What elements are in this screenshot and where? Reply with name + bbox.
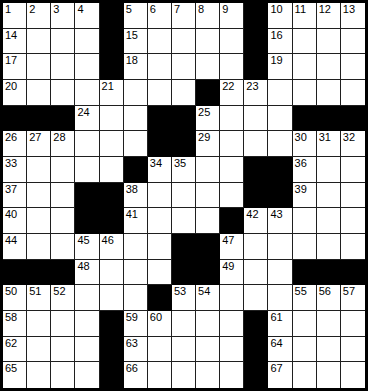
cell-r9c8[interactable]: [172, 208, 196, 234]
clue-number: 53: [174, 285, 186, 297]
cell-r1c3[interactable]: 3: [51, 3, 75, 29]
cell-r6c7-block: [148, 131, 172, 157]
cell-r10c13[interactable]: [293, 234, 317, 260]
cell-r1c14[interactable]: 12: [317, 3, 341, 29]
clue-number: 31: [319, 131, 331, 143]
cell-r5c15-block: [341, 106, 365, 132]
cell-r3c13[interactable]: [293, 54, 317, 80]
cell-r10c6[interactable]: [124, 234, 148, 260]
clue-number: 16: [270, 29, 282, 41]
cell-r9c2[interactable]: [27, 208, 51, 234]
cell-r6c10[interactable]: [220, 131, 244, 157]
cell-r14c11-block: [244, 337, 268, 363]
cell-r13c9[interactable]: [196, 311, 220, 337]
cell-r8c2[interactable]: [27, 183, 51, 209]
cell-r11c14-block: [317, 260, 341, 286]
cell-r1c10[interactable]: 9: [220, 3, 244, 29]
cell-r10c5[interactable]: 46: [100, 234, 124, 260]
cell-r14c4[interactable]: [75, 337, 99, 363]
clue-number: 23: [246, 80, 258, 92]
cell-r6c2[interactable]: 27: [27, 131, 51, 157]
cell-r15c11-block: [244, 362, 268, 388]
clue-number: 30: [295, 131, 307, 143]
cell-r11c10[interactable]: 49: [220, 260, 244, 286]
cell-r4c4[interactable]: [75, 80, 99, 106]
cell-r4c10[interactable]: 22: [220, 80, 244, 106]
cell-r3c8[interactable]: [172, 54, 196, 80]
clue-number: 15: [126, 29, 138, 41]
cell-r13c2[interactable]: [27, 311, 51, 337]
cell-r14c9[interactable]: [196, 337, 220, 363]
cell-r3c9[interactable]: [196, 54, 220, 80]
cell-r2c12[interactable]: 16: [268, 29, 292, 55]
cell-r7c2[interactable]: [27, 157, 51, 183]
cell-r11c7[interactable]: [148, 260, 172, 286]
cell-r14c10[interactable]: [220, 337, 244, 363]
cell-r6c12[interactable]: [268, 131, 292, 157]
clue-number: 60: [150, 311, 162, 323]
clue-number: 4: [77, 3, 83, 15]
cell-r1c1[interactable]: 1: [3, 3, 27, 29]
cell-r15c7[interactable]: [148, 362, 172, 388]
cell-r10c12[interactable]: [268, 234, 292, 260]
cell-r7c6-block: [124, 157, 148, 183]
clue-number: 8: [198, 3, 204, 15]
cell-r7c5[interactable]: [100, 157, 124, 183]
cell-r12c8[interactable]: 53: [172, 285, 196, 311]
cell-r2c1[interactable]: 14: [3, 29, 27, 55]
cell-r13c11-block: [244, 311, 268, 337]
cell-r9c9[interactable]: [196, 208, 220, 234]
clue-number: 44: [5, 234, 17, 246]
cell-r13c7[interactable]: 60: [148, 311, 172, 337]
cell-r4c2[interactable]: [27, 80, 51, 106]
cell-r12c12[interactable]: [268, 285, 292, 311]
cell-r3c15[interactable]: [341, 54, 365, 80]
clue-number: 56: [319, 285, 331, 297]
clue-number: 64: [270, 337, 282, 349]
cell-r10c15[interactable]: [341, 234, 365, 260]
cell-r13c8[interactable]: [172, 311, 196, 337]
cell-r1c8[interactable]: 7: [172, 3, 196, 29]
cell-r8c5-block: [100, 183, 124, 209]
cell-r2c13[interactable]: [293, 29, 317, 55]
cell-r3c1[interactable]: 17: [3, 54, 27, 80]
cell-r7c11-block: [244, 157, 268, 183]
cell-r12c10[interactable]: [220, 285, 244, 311]
cell-r5c13-block: [293, 106, 317, 132]
clue-number: 36: [295, 157, 307, 169]
cell-r15c8[interactable]: [172, 362, 196, 388]
cell-r7c1[interactable]: 33: [3, 157, 27, 183]
cell-r10c3[interactable]: [51, 234, 75, 260]
cell-r2c9[interactable]: [196, 29, 220, 55]
cell-r10c14[interactable]: [317, 234, 341, 260]
cell-r5c1-block: [3, 106, 27, 132]
cell-r1c12[interactable]: 10: [268, 3, 292, 29]
cell-r10c10[interactable]: 47: [220, 234, 244, 260]
cell-r5c3-block: [51, 106, 75, 132]
clue-number: 20: [5, 80, 17, 92]
cell-r2c5-block: [100, 29, 124, 55]
cell-r13c1[interactable]: 58: [3, 311, 27, 337]
cell-r5c9[interactable]: 25: [196, 106, 220, 132]
cell-r7c10[interactable]: [220, 157, 244, 183]
cell-r10c11[interactable]: [244, 234, 268, 260]
cell-r7c8[interactable]: 35: [172, 157, 196, 183]
cell-r12c9[interactable]: 54: [196, 285, 220, 311]
cell-r8c13[interactable]: 39: [293, 183, 317, 209]
clue-number: 67: [270, 362, 282, 374]
cell-r8c4-block: [75, 183, 99, 209]
cell-r11c1-block: [3, 260, 27, 286]
cell-r8c9[interactable]: [196, 183, 220, 209]
cell-r9c1[interactable]: 40: [3, 208, 27, 234]
clue-number: 14: [5, 29, 17, 41]
clue-number: 26: [5, 131, 17, 143]
cell-r7c9[interactable]: [196, 157, 220, 183]
cell-r7c15[interactable]: [341, 157, 365, 183]
cell-r10c9-block: [196, 234, 220, 260]
cell-r11c6[interactable]: [124, 260, 148, 286]
cell-r6c8-block: [172, 131, 196, 157]
clue-number: 59: [126, 311, 138, 323]
cell-r12c14[interactable]: 56: [317, 285, 341, 311]
cell-r11c9-block: [196, 260, 220, 286]
cell-r12c15[interactable]: 57: [341, 285, 365, 311]
cell-r5c2-block: [27, 106, 51, 132]
cell-r5c5[interactable]: [100, 106, 124, 132]
cell-r6c13[interactable]: 30: [293, 131, 317, 157]
cell-r10c8-block: [172, 234, 196, 260]
clue-number: 57: [343, 285, 355, 297]
cell-r2c6[interactable]: 15: [124, 29, 148, 55]
cell-r4c6[interactable]: [124, 80, 148, 106]
cell-r4c11[interactable]: 23: [244, 80, 268, 106]
cell-r15c12[interactable]: 67: [268, 362, 292, 388]
clue-number: 42: [246, 208, 258, 220]
clue-number: 58: [5, 311, 17, 323]
clue-number: 9: [222, 3, 228, 15]
clue-number: 21: [102, 80, 114, 92]
cell-r1c11-block: [244, 3, 268, 29]
clue-number: 51: [29, 285, 41, 297]
cell-r11c5[interactable]: [100, 260, 124, 286]
cell-r8c1[interactable]: 37: [3, 183, 27, 209]
cell-r5c14-block: [317, 106, 341, 132]
cell-r4c3[interactable]: [51, 80, 75, 106]
clue-number: 54: [198, 285, 210, 297]
cell-r15c14[interactable]: [317, 362, 341, 388]
cell-r15c10[interactable]: [220, 362, 244, 388]
cell-r12c4[interactable]: [75, 285, 99, 311]
cell-r3c7[interactable]: [148, 54, 172, 80]
cell-r2c7[interactable]: [148, 29, 172, 55]
cell-r14c8[interactable]: [172, 337, 196, 363]
cell-r7c13[interactable]: 36: [293, 157, 317, 183]
cell-r11c2-block: [27, 260, 51, 286]
cell-r11c4[interactable]: 48: [75, 260, 99, 286]
cell-r15c4[interactable]: [75, 362, 99, 388]
cell-r3c14[interactable]: [317, 54, 341, 80]
cell-r9c14[interactable]: [317, 208, 341, 234]
cell-r4c1[interactable]: 20: [3, 80, 27, 106]
cell-r8c7[interactable]: [148, 183, 172, 209]
clue-number: 13: [343, 3, 355, 15]
cell-r4c9-block: [196, 80, 220, 106]
cell-r13c4[interactable]: [75, 311, 99, 337]
cell-r13c15[interactable]: [341, 311, 365, 337]
cell-r13c6[interactable]: 59: [124, 311, 148, 337]
cell-r3c4[interactable]: [75, 54, 99, 80]
cell-r3c10[interactable]: [220, 54, 244, 80]
cell-r12c6[interactable]: [124, 285, 148, 311]
clue-number: 52: [53, 285, 65, 297]
clue-number: 34: [150, 157, 162, 169]
cell-r14c15[interactable]: [341, 337, 365, 363]
cell-r12c1[interactable]: 50: [3, 285, 27, 311]
cell-r14c2[interactable]: [27, 337, 51, 363]
cell-r15c15[interactable]: [341, 362, 365, 388]
cell-r9c7[interactable]: [148, 208, 172, 234]
cell-r12c7-block: [148, 285, 172, 311]
cell-r11c8-block: [172, 260, 196, 286]
cell-r9c15[interactable]: [341, 208, 365, 234]
cell-r14c5-block: [100, 337, 124, 363]
cell-r3c2[interactable]: [27, 54, 51, 80]
clue-number: 48: [77, 260, 89, 272]
clue-number: 38: [126, 183, 138, 195]
cell-r1c4[interactable]: 4: [75, 3, 99, 29]
cell-r9c11[interactable]: 42: [244, 208, 268, 234]
cell-r7c12-block: [268, 157, 292, 183]
clue-number: 61: [270, 311, 282, 323]
cell-r15c13[interactable]: [293, 362, 317, 388]
cell-r15c3[interactable]: [51, 362, 75, 388]
clue-number: 66: [126, 362, 138, 374]
cell-r14c7[interactable]: [148, 337, 172, 363]
cell-r15c1[interactable]: 65: [3, 362, 27, 388]
clue-number: 45: [77, 234, 89, 246]
cell-r9c3[interactable]: [51, 208, 75, 234]
cell-r5c12[interactable]: [268, 106, 292, 132]
cell-r14c3[interactable]: [51, 337, 75, 363]
cell-r6c1[interactable]: 26: [3, 131, 27, 157]
clue-number: 40: [5, 208, 17, 220]
cell-r13c13[interactable]: [293, 311, 317, 337]
clue-number: 32: [343, 131, 355, 143]
cell-r13c5-block: [100, 311, 124, 337]
cell-r2c4[interactable]: [75, 29, 99, 55]
clue-number: 41: [126, 208, 138, 220]
cell-r6c14[interactable]: 31: [317, 131, 341, 157]
clue-number: 5: [126, 3, 132, 15]
cell-r13c12[interactable]: 61: [268, 311, 292, 337]
cell-r4c12[interactable]: [268, 80, 292, 106]
clue-number: 10: [270, 3, 282, 15]
clue-number: 11: [295, 3, 306, 15]
clue-number: 29: [198, 131, 210, 143]
cell-r10c7[interactable]: [148, 234, 172, 260]
cell-r11c13-block: [293, 260, 317, 286]
cell-r5c10[interactable]: [220, 106, 244, 132]
cell-r11c11[interactable]: [244, 260, 268, 286]
cell-r3c12[interactable]: 19: [268, 54, 292, 80]
cell-r9c13[interactable]: [293, 208, 317, 234]
cell-r12c3[interactable]: 52: [51, 285, 75, 311]
cell-r12c11[interactable]: [244, 285, 268, 311]
cell-r11c12[interactable]: [268, 260, 292, 286]
clue-number: 35: [174, 157, 186, 169]
cell-r6c9[interactable]: 29: [196, 131, 220, 157]
cell-r9c6[interactable]: 41: [124, 208, 148, 234]
cell-r3c5-block: [100, 54, 124, 80]
cell-r4c15[interactable]: [341, 80, 365, 106]
clue-number: 37: [5, 183, 17, 195]
cell-r1c7[interactable]: 6: [148, 3, 172, 29]
cell-r8c6[interactable]: 38: [124, 183, 148, 209]
cell-r2c3[interactable]: [51, 29, 75, 55]
cell-r5c6[interactable]: [124, 106, 148, 132]
clue-number: 28: [53, 131, 65, 143]
cell-r10c4[interactable]: 45: [75, 234, 99, 260]
clue-number: 22: [222, 80, 234, 92]
cell-r10c2[interactable]: [27, 234, 51, 260]
cell-r14c14[interactable]: [317, 337, 341, 363]
cell-r10c1[interactable]: 44: [3, 234, 27, 260]
cell-r2c2[interactable]: [27, 29, 51, 55]
cell-r2c11-block: [244, 29, 268, 55]
cell-r8c15[interactable]: [341, 183, 365, 209]
cell-r1c2[interactable]: 2: [27, 3, 51, 29]
cell-r14c6[interactable]: 63: [124, 337, 148, 363]
cell-r9c10-block: [220, 208, 244, 234]
cell-r5c7-block: [148, 106, 172, 132]
cell-r5c4[interactable]: 24: [75, 106, 99, 132]
cell-r8c12-block: [268, 183, 292, 209]
cell-r13c10[interactable]: [220, 311, 244, 337]
cell-r15c5-block: [100, 362, 124, 388]
cell-r6c11[interactable]: [244, 131, 268, 157]
cell-r1c6[interactable]: 5: [124, 3, 148, 29]
cell-r14c12[interactable]: 64: [268, 337, 292, 363]
cell-r14c13[interactable]: [293, 337, 317, 363]
cell-r12c2[interactable]: 51: [27, 285, 51, 311]
clue-number: 33: [5, 157, 17, 169]
cell-r4c14[interactable]: [317, 80, 341, 106]
cell-r2c10[interactable]: [220, 29, 244, 55]
cell-r8c8[interactable]: [172, 183, 196, 209]
clue-number: 62: [5, 337, 17, 349]
clue-number: 43: [270, 208, 282, 220]
cell-r15c9[interactable]: [196, 362, 220, 388]
cell-r5c11[interactable]: [244, 106, 268, 132]
cell-r6c5[interactable]: [100, 131, 124, 157]
crossword-grid: 1234567891011121314151617181920212223242…: [0, 0, 368, 391]
cell-r3c6[interactable]: 18: [124, 54, 148, 80]
cell-r4c8[interactable]: [172, 80, 196, 106]
clue-number: 27: [29, 131, 41, 143]
cell-r8c10[interactable]: [220, 183, 244, 209]
cell-r11c15-block: [341, 260, 365, 286]
cell-r9c4-block: [75, 208, 99, 234]
cell-r1c9[interactable]: 8: [196, 3, 220, 29]
cell-r6c4[interactable]: [75, 131, 99, 157]
cell-r6c6[interactable]: [124, 131, 148, 157]
clue-number: 1: [5, 3, 11, 15]
cell-r4c7[interactable]: [148, 80, 172, 106]
cell-r5c8-block: [172, 106, 196, 132]
cell-r14c1[interactable]: 62: [3, 337, 27, 363]
cell-r3c11-block: [244, 54, 268, 80]
clue-number: 46: [102, 234, 114, 246]
cell-r8c14[interactable]: [317, 183, 341, 209]
clue-number: 7: [174, 3, 180, 15]
cell-r12c5[interactable]: [100, 285, 124, 311]
cell-r15c6[interactable]: 66: [124, 362, 148, 388]
clue-number: 39: [295, 183, 307, 195]
clue-number: 63: [126, 337, 138, 349]
cell-r13c3[interactable]: [51, 311, 75, 337]
clue-number: 2: [29, 3, 35, 15]
clue-number: 19: [270, 54, 282, 66]
cell-r3c3[interactable]: [51, 54, 75, 80]
cell-r2c14[interactable]: [317, 29, 341, 55]
cell-r7c3[interactable]: [51, 157, 75, 183]
cell-r6c15[interactable]: 32: [341, 131, 365, 157]
cell-r11c3-block: [51, 260, 75, 286]
cell-r4c13[interactable]: [293, 80, 317, 106]
cell-r1c13[interactable]: 11: [293, 3, 317, 29]
clue-number: 49: [222, 260, 234, 272]
clue-number: 25: [198, 106, 210, 118]
clue-number: 17: [5, 54, 17, 66]
cell-r15c2[interactable]: [27, 362, 51, 388]
clue-number: 55: [295, 285, 307, 297]
clue-number: 12: [319, 3, 331, 15]
cell-r7c7[interactable]: 34: [148, 157, 172, 183]
clue-number: 50: [5, 285, 17, 297]
cell-r1c15[interactable]: 13: [341, 3, 365, 29]
cell-r7c4[interactable]: [75, 157, 99, 183]
cell-r7c14[interactable]: [317, 157, 341, 183]
clue-number: 6: [150, 3, 156, 15]
clue-number: 47: [222, 234, 234, 246]
cell-r1c5-block: [100, 3, 124, 29]
cell-r8c11-block: [244, 183, 268, 209]
clue-number: 65: [5, 362, 17, 374]
cell-r9c5-block: [100, 208, 124, 234]
clue-number: 3: [53, 3, 59, 15]
cell-r2c8[interactable]: [172, 29, 196, 55]
cell-r13c14[interactable]: [317, 311, 341, 337]
cell-r9c12[interactable]: 43: [268, 208, 292, 234]
clue-number: 18: [126, 54, 138, 66]
clue-number: 24: [77, 106, 89, 118]
cell-r12c13[interactable]: 55: [293, 285, 317, 311]
cell-r4c5[interactable]: 21: [100, 80, 124, 106]
cell-r6c3[interactable]: 28: [51, 131, 75, 157]
cell-r8c3[interactable]: [51, 183, 75, 209]
cell-r2c15[interactable]: [341, 29, 365, 55]
